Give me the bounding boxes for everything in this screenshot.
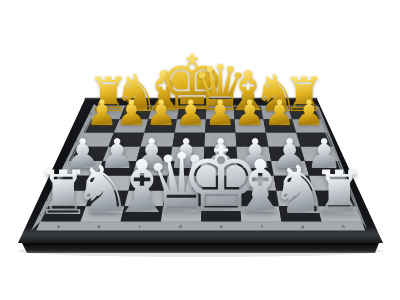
piece-gold-pawn-e7[interactable]: ♟ bbox=[205, 96, 236, 131]
pieces-layer: ♜♞♝♚♛♝♞♜♟♟♟♟♟♟♟♟♟♟♟♟♟♟♟♟♜♞♝♛♚♝♞♜ bbox=[0, 0, 400, 300]
piece-gold-pawn-d7[interactable]: ♟ bbox=[175, 96, 206, 131]
piece-gold-pawn-b7[interactable]: ♟ bbox=[116, 96, 147, 131]
chess-set-photo: abcdefgh12345678 ♜♞♝♚♛♝♞♜♟♟♟♟♟♟♟♟♟♟♟♟♟♟♟… bbox=[0, 0, 400, 300]
piece-gold-pawn-h7[interactable]: ♟ bbox=[293, 96, 324, 131]
piece-gold-pawn-a7[interactable]: ♟ bbox=[86, 96, 117, 131]
piece-gold-pawn-g7[interactable]: ♟ bbox=[264, 96, 295, 131]
piece-silver-rook-h1[interactable]: ♜ bbox=[312, 162, 367, 223]
piece-gold-pawn-f7[interactable]: ♟ bbox=[234, 96, 265, 131]
piece-gold-pawn-c7[interactable]: ♟ bbox=[145, 96, 176, 131]
